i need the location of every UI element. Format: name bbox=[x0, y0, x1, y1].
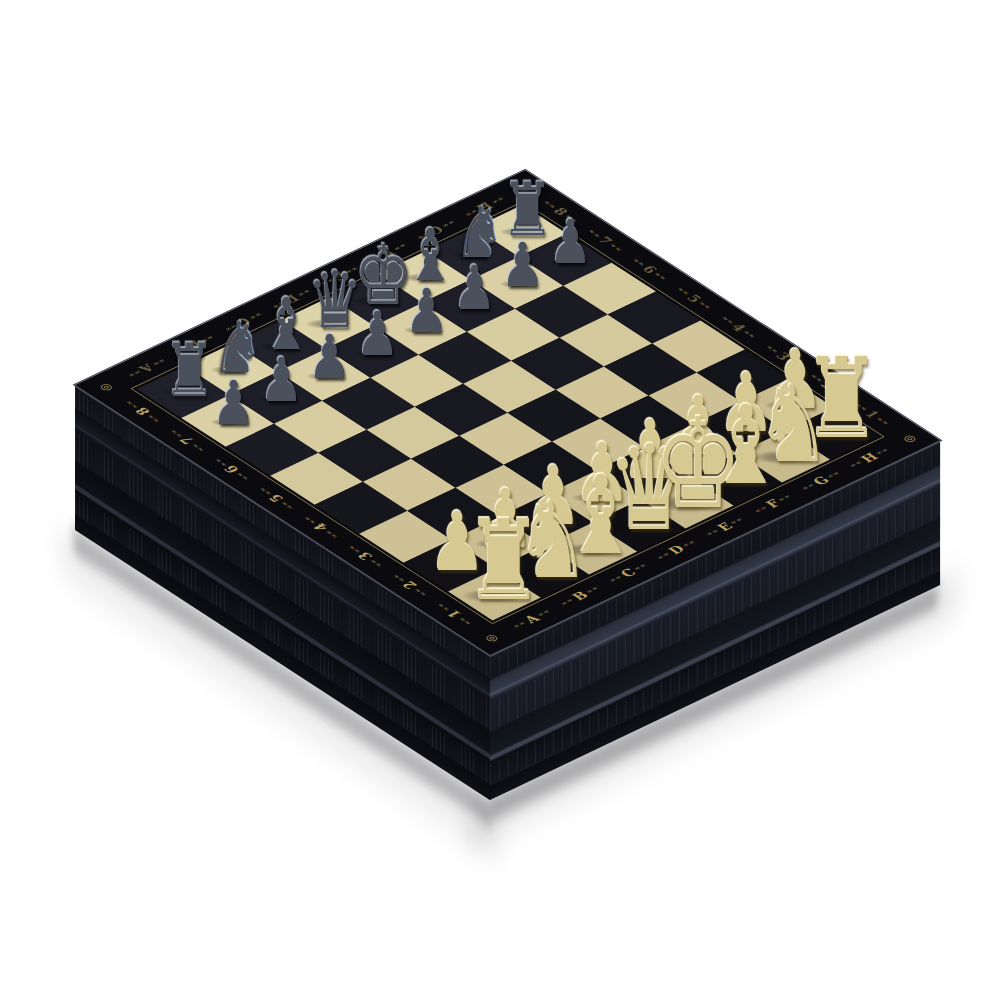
chain-ornament: ∞∞ bbox=[169, 428, 185, 437]
chain-ornament: ∞∞ bbox=[391, 573, 407, 582]
chain-ornament: ∞∞ bbox=[608, 243, 624, 252]
chain-ornament: ∞∞ bbox=[213, 457, 229, 466]
piece-pewter-pawn[interactable]: ♟ bbox=[452, 258, 496, 319]
chain-ornament: ∞∞ bbox=[258, 486, 274, 495]
piece-pewter-pawn[interactable]: ♟ bbox=[211, 373, 255, 434]
piece-pewter-pawn[interactable]: ♟ bbox=[356, 304, 400, 365]
corner-circle-ornament: ◎ bbox=[900, 433, 918, 443]
chain-ornament: ∞∞ bbox=[302, 515, 318, 524]
chain-ornament: ∞∞ bbox=[146, 413, 162, 422]
chain-ornament: ∞∞ bbox=[368, 558, 384, 567]
photo-stage: ∞∞A∞∞∞∞B∞∞∞∞C∞∞∞∞D∞∞∞∞E∞∞∞∞F∞∞∞∞G∞∞∞∞H∞∞… bbox=[0, 0, 1000, 1000]
chain-ornament: ∞∞ bbox=[324, 529, 340, 538]
chain-ornament: ∞∞ bbox=[235, 471, 251, 480]
chain-ornament: ∞∞ bbox=[190, 442, 206, 451]
piece-pewter-pawn[interactable]: ♟ bbox=[308, 327, 352, 388]
piece-pewter-pawn[interactable]: ♟ bbox=[501, 235, 545, 296]
chain-ornament: ∞∞ bbox=[124, 399, 140, 408]
corner-circle-ornament: ◎ bbox=[482, 633, 500, 643]
piece-pewter-pawn[interactable]: ♟ bbox=[260, 350, 304, 411]
piece-pewter-pawn[interactable]: ♟ bbox=[404, 281, 448, 342]
piece-gold-rook[interactable]: ♜ bbox=[802, 344, 882, 455]
chain-ornament: ∞∞ bbox=[631, 258, 647, 267]
chain-ornament: ∞∞ bbox=[279, 500, 295, 509]
chain-ornament: ∞∞ bbox=[676, 287, 692, 296]
chain-ornament: ∞∞ bbox=[720, 316, 736, 325]
chain-ornament: ∞∞ bbox=[126, 369, 142, 378]
chain-ornament: ∞∞ bbox=[742, 330, 758, 339]
corner-circle-ornament: ◎ bbox=[97, 382, 115, 392]
piece-pewter-pawn[interactable]: ♟ bbox=[549, 212, 593, 273]
piece-pewter-rook[interactable]: ♜ bbox=[163, 334, 216, 407]
chain-ornament: ∞∞ bbox=[347, 544, 363, 553]
chain-ornament: ∞∞ bbox=[413, 587, 429, 596]
chain-ornament: ∞∞ bbox=[697, 301, 713, 310]
chain-ornament: ∞∞ bbox=[436, 602, 452, 611]
chain-ornament: ∞∞ bbox=[653, 272, 669, 281]
